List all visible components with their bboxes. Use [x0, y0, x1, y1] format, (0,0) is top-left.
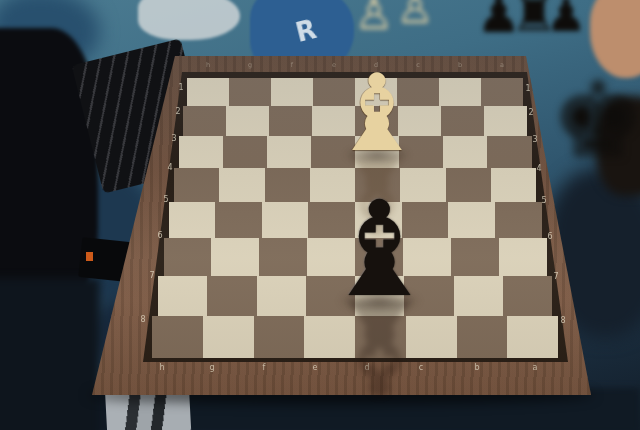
file-label-top-f: f: [286, 61, 298, 69]
square-b2[interactable]: [441, 106, 484, 136]
square-h5[interactable]: [169, 202, 216, 238]
rank-label-left-2: 2: [172, 108, 184, 116]
square-h2[interactable]: [183, 106, 226, 136]
square-h8[interactable]: [152, 316, 203, 358]
square-b7[interactable]: [454, 276, 503, 316]
white-bishop-on-d3[interactable]: ♝: [324, 61, 430, 167]
rank-label-right-5: 5: [538, 197, 550, 205]
square-f4[interactable]: [265, 168, 310, 202]
rank-label-left-6: 6: [154, 232, 166, 240]
square-g7[interactable]: [207, 276, 256, 316]
square-a7[interactable]: [503, 276, 552, 316]
square-g8[interactable]: [203, 316, 254, 358]
file-label-top-a: a: [496, 61, 508, 69]
square-f1[interactable]: [271, 78, 313, 106]
square-f5[interactable]: [262, 202, 309, 238]
rank-label-right-4: 4: [533, 165, 545, 173]
floor-shadow: [0, 278, 100, 430]
rank-label-left-4: 4: [164, 164, 176, 172]
square-b6[interactable]: [451, 238, 499, 276]
photo-scene: R ♙♙♟♜♟♚ hhggffeeddccbbaa112233445566778…: [0, 0, 640, 430]
rank-label-right-3: 3: [529, 136, 541, 144]
square-a4[interactable]: [491, 168, 536, 202]
square-g2[interactable]: [226, 106, 269, 136]
square-b8[interactable]: [457, 316, 508, 358]
file-label-bottom-f: f: [258, 364, 270, 372]
square-a5[interactable]: [495, 202, 542, 238]
square-a1[interactable]: [481, 78, 523, 106]
rank-label-left-8: 8: [137, 316, 149, 324]
rank-label-left-3: 3: [168, 135, 180, 143]
square-b3[interactable]: [443, 136, 487, 168]
square-a6[interactable]: [499, 238, 547, 276]
square-g4[interactable]: [219, 168, 264, 202]
rank-label-left-1: 1: [175, 84, 187, 92]
file-label-bottom-h: h: [156, 364, 168, 372]
file-label-bottom-b: b: [471, 364, 483, 372]
square-h4[interactable]: [174, 168, 219, 202]
file-label-bottom-g: g: [206, 364, 218, 372]
square-g3[interactable]: [223, 136, 267, 168]
rank-label-right-7: 7: [550, 273, 562, 281]
rank-label-left-5: 5: [160, 196, 172, 204]
file-label-top-b: b: [454, 61, 466, 69]
offboard-white-pawn: ♙: [394, 0, 436, 30]
offboard-black-king: ♚: [546, 68, 640, 172]
offboard-white-pawn: ♙: [352, 0, 396, 36]
square-b1[interactable]: [439, 78, 481, 106]
square-h6[interactable]: [164, 238, 212, 276]
offboard-black-pawn: ♟: [543, 0, 589, 38]
square-h7[interactable]: [158, 276, 207, 316]
black-bishop-on-d7[interactable]: ♝: [314, 183, 446, 315]
square-h1[interactable]: [187, 78, 229, 106]
square-f6[interactable]: [259, 238, 307, 276]
rank-label-right-8: 8: [557, 317, 569, 325]
file-label-top-g: g: [244, 61, 256, 69]
file-label-bottom-a: a: [529, 364, 541, 372]
file-label-top-h: h: [202, 61, 214, 69]
rank-label-right-2: 2: [525, 109, 537, 117]
square-a2[interactable]: [484, 106, 527, 136]
square-g1[interactable]: [229, 78, 271, 106]
plastic-bag: [138, 0, 240, 40]
square-g6[interactable]: [211, 238, 259, 276]
square-f3[interactable]: [267, 136, 311, 168]
square-f8[interactable]: [254, 316, 305, 358]
rank-label-left-7: 7: [146, 272, 158, 280]
square-f7[interactable]: [257, 276, 306, 316]
rank-label-right-1: 1: [522, 85, 534, 93]
square-h3[interactable]: [179, 136, 223, 168]
square-a3[interactable]: [487, 136, 531, 168]
rank-label-right-6: 6: [544, 233, 556, 241]
square-b5[interactable]: [448, 202, 495, 238]
square-g5[interactable]: [215, 202, 262, 238]
black-box-orange-mark: [86, 252, 93, 261]
square-b4[interactable]: [446, 168, 491, 202]
square-a8[interactable]: [507, 316, 558, 358]
square-f2[interactable]: [269, 106, 312, 136]
